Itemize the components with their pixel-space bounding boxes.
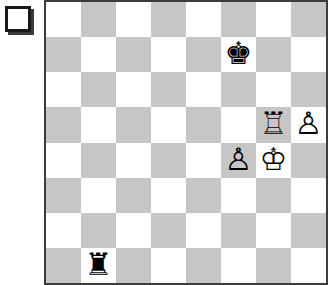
square-f4[interactable]: ♙: [221, 143, 256, 178]
square-g8[interactable]: [256, 2, 291, 37]
square-a4[interactable]: [46, 143, 81, 178]
square-a3[interactable]: [46, 178, 81, 213]
square-h4[interactable]: [291, 143, 326, 178]
chess-board: ♚♖♙♙♔♜: [44, 0, 328, 285]
square-f3[interactable]: [221, 178, 256, 213]
square-d2[interactable]: [151, 213, 186, 248]
square-b4[interactable]: [81, 143, 116, 178]
square-d6[interactable]: [151, 72, 186, 107]
square-c2[interactable]: [116, 213, 151, 248]
square-h6[interactable]: [291, 72, 326, 107]
square-b8[interactable]: [81, 2, 116, 37]
square-a6[interactable]: [46, 72, 81, 107]
square-f7[interactable]: ♚: [221, 37, 256, 72]
square-d1[interactable]: [151, 248, 186, 283]
square-e7[interactable]: [186, 37, 221, 72]
square-d3[interactable]: [151, 178, 186, 213]
square-f5[interactable]: [221, 107, 256, 142]
square-f2[interactable]: [221, 213, 256, 248]
square-h1[interactable]: [291, 248, 326, 283]
square-e2[interactable]: [186, 213, 221, 248]
square-e1[interactable]: [186, 248, 221, 283]
square-g2[interactable]: [256, 213, 291, 248]
square-c6[interactable]: [116, 72, 151, 107]
square-d5[interactable]: [151, 107, 186, 142]
square-h5[interactable]: ♙: [291, 107, 326, 142]
square-c5[interactable]: [116, 107, 151, 142]
square-e4[interactable]: [186, 143, 221, 178]
square-g4[interactable]: ♔: [256, 143, 291, 178]
square-g5[interactable]: ♖: [256, 107, 291, 142]
black-king[interactable]: ♚: [225, 38, 253, 69]
square-e8[interactable]: [186, 2, 221, 37]
square-b5[interactable]: [81, 107, 116, 142]
square-b6[interactable]: [81, 72, 116, 107]
black-rook[interactable]: ♜: [85, 249, 113, 280]
square-g7[interactable]: [256, 37, 291, 72]
square-b2[interactable]: [81, 213, 116, 248]
square-c1[interactable]: [116, 248, 151, 283]
white-rook[interactable]: ♖: [260, 108, 288, 139]
square-a8[interactable]: [46, 2, 81, 37]
square-c7[interactable]: [116, 37, 151, 72]
square-f8[interactable]: [221, 2, 256, 37]
square-e3[interactable]: [186, 178, 221, 213]
square-b3[interactable]: [81, 178, 116, 213]
square-e6[interactable]: [186, 72, 221, 107]
square-c3[interactable]: [116, 178, 151, 213]
square-a1[interactable]: [46, 248, 81, 283]
white-pawn[interactable]: ♙: [225, 144, 253, 175]
square-g3[interactable]: [256, 178, 291, 213]
square-a2[interactable]: [46, 213, 81, 248]
square-g1[interactable]: [256, 248, 291, 283]
square-d8[interactable]: [151, 2, 186, 37]
square-a5[interactable]: [46, 107, 81, 142]
square-c8[interactable]: [116, 2, 151, 37]
square-h8[interactable]: [291, 2, 326, 37]
white-to-move-icon: [5, 6, 31, 32]
square-d7[interactable]: [151, 37, 186, 72]
square-h2[interactable]: [291, 213, 326, 248]
square-h7[interactable]: [291, 37, 326, 72]
square-f1[interactable]: [221, 248, 256, 283]
square-e5[interactable]: [186, 107, 221, 142]
square-c4[interactable]: [116, 143, 151, 178]
square-g6[interactable]: [256, 72, 291, 107]
square-h3[interactable]: [291, 178, 326, 213]
square-d4[interactable]: [151, 143, 186, 178]
square-b1[interactable]: ♜: [81, 248, 116, 283]
square-a7[interactable]: [46, 37, 81, 72]
square-b7[interactable]: [81, 37, 116, 72]
white-king[interactable]: ♔: [260, 144, 288, 175]
white-pawn[interactable]: ♙: [295, 108, 323, 139]
square-f6[interactable]: [221, 72, 256, 107]
diagram-stage: ♚♖♙♙♔♜: [0, 0, 329, 285]
